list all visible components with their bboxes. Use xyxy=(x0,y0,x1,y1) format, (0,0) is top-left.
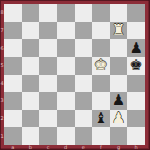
square-e4[interactable] xyxy=(75,75,93,93)
square-b5[interactable] xyxy=(22,57,40,75)
file-label-b: b xyxy=(26,145,34,150)
square-h8[interactable] xyxy=(127,4,145,22)
square-h2[interactable] xyxy=(127,110,145,128)
square-a8[interactable] xyxy=(4,4,22,22)
square-d5[interactable] xyxy=(57,57,75,75)
file-label-a: a xyxy=(9,145,17,150)
square-e3[interactable] xyxy=(75,92,93,110)
square-f7[interactable] xyxy=(92,22,110,40)
square-h1[interactable] xyxy=(127,127,145,145)
file-label-g: g xyxy=(115,145,123,150)
square-a1[interactable] xyxy=(4,127,22,145)
square-g2[interactable]: ♟ xyxy=(110,110,128,128)
rank-label-7: 7 xyxy=(0,28,4,33)
black-pawn[interactable]: ♟ xyxy=(129,40,142,55)
square-c5[interactable] xyxy=(39,57,57,75)
square-f4[interactable] xyxy=(92,75,110,93)
rank-label-2: 2 xyxy=(0,116,4,121)
square-h5[interactable]: ♚ xyxy=(127,57,145,75)
square-g5[interactable] xyxy=(110,57,128,75)
rank-label-1: 1 xyxy=(0,134,4,139)
square-e6[interactable] xyxy=(75,39,93,57)
square-a5[interactable] xyxy=(4,57,22,75)
square-g1[interactable] xyxy=(110,127,128,145)
square-g3[interactable]: ♟ xyxy=(110,92,128,110)
rank-label-5: 5 xyxy=(0,63,4,68)
square-d7[interactable] xyxy=(57,22,75,40)
file-label-h: h xyxy=(132,145,140,150)
rank-label-6: 6 xyxy=(0,46,4,51)
square-h3[interactable] xyxy=(127,92,145,110)
square-f1[interactable] xyxy=(92,127,110,145)
square-g4[interactable] xyxy=(110,75,128,93)
white-rook[interactable]: ♜ xyxy=(112,22,125,37)
square-b6[interactable] xyxy=(22,39,40,57)
black-king[interactable]: ♚ xyxy=(129,58,142,73)
square-e5[interactable] xyxy=(75,57,93,75)
square-c3[interactable] xyxy=(39,92,57,110)
black-bishop[interactable]: ♝ xyxy=(94,111,107,126)
square-b3[interactable] xyxy=(22,92,40,110)
square-f6[interactable] xyxy=(92,39,110,57)
square-e8[interactable] xyxy=(75,4,93,22)
square-d6[interactable] xyxy=(57,39,75,57)
chess-board-frame: ♜♟♚♚♟♝♟ 87654321abcdefgh xyxy=(0,0,150,150)
square-b4[interactable] xyxy=(22,75,40,93)
chess-board: ♜♟♚♚♟♝♟ xyxy=(4,4,145,145)
square-a4[interactable] xyxy=(4,75,22,93)
square-d3[interactable] xyxy=(57,92,75,110)
square-b7[interactable] xyxy=(22,22,40,40)
square-f5[interactable]: ♚ xyxy=(92,57,110,75)
square-c6[interactable] xyxy=(39,39,57,57)
square-h6[interactable]: ♟ xyxy=(127,39,145,57)
square-d1[interactable] xyxy=(57,127,75,145)
square-b8[interactable] xyxy=(22,4,40,22)
square-f2[interactable]: ♝ xyxy=(92,110,110,128)
square-b1[interactable] xyxy=(22,127,40,145)
square-c2[interactable] xyxy=(39,110,57,128)
square-d4[interactable] xyxy=(57,75,75,93)
square-h7[interactable] xyxy=(127,22,145,40)
square-c7[interactable] xyxy=(39,22,57,40)
square-h4[interactable] xyxy=(127,75,145,93)
square-e2[interactable] xyxy=(75,110,93,128)
black-pawn[interactable]: ♟ xyxy=(112,93,125,108)
rank-label-8: 8 xyxy=(0,10,4,15)
square-e7[interactable] xyxy=(75,22,93,40)
square-d8[interactable] xyxy=(57,4,75,22)
file-label-f: f xyxy=(97,145,105,150)
square-b2[interactable] xyxy=(22,110,40,128)
white-pawn[interactable]: ♟ xyxy=(112,111,125,126)
square-f3[interactable] xyxy=(92,92,110,110)
square-d2[interactable] xyxy=(57,110,75,128)
file-label-c: c xyxy=(44,145,52,150)
square-e1[interactable] xyxy=(75,127,93,145)
square-g8[interactable] xyxy=(110,4,128,22)
rank-label-3: 3 xyxy=(0,98,4,103)
square-c4[interactable] xyxy=(39,75,57,93)
square-a7[interactable] xyxy=(4,22,22,40)
rank-label-4: 4 xyxy=(0,81,4,86)
square-f8[interactable] xyxy=(92,4,110,22)
square-g7[interactable]: ♜ xyxy=(110,22,128,40)
square-a3[interactable] xyxy=(4,92,22,110)
white-king[interactable]: ♚ xyxy=(94,58,107,73)
square-c1[interactable] xyxy=(39,127,57,145)
square-g6[interactable] xyxy=(110,39,128,57)
square-a6[interactable] xyxy=(4,39,22,57)
file-label-e: e xyxy=(79,145,87,150)
file-label-d: d xyxy=(62,145,70,150)
square-c8[interactable] xyxy=(39,4,57,22)
square-a2[interactable] xyxy=(4,110,22,128)
